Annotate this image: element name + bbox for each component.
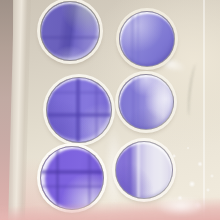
lens-middle-left-reflection-line [47,91,111,94]
lens-bottom-left-reflection-line [41,185,103,188]
lens-middle-right-reflection-line [137,75,139,129]
lens-bottom-left-reflection-line [56,147,59,209]
lens-bottom-left-reflection-line [88,147,91,209]
film-wrinkle-bottom [150,194,212,218]
lens-bottom-right-reflection-line [128,142,131,198]
lens-top-left [40,1,100,61]
lens-tray-photo: Six round blue-violet coated optical len… [0,0,220,220]
lens-bottom-right [115,141,173,199]
lens-top-right-reflection-line [137,12,139,66]
lens-middle-left-reflection-line [95,78,98,142]
lens-bottom-left [40,146,104,210]
lens-top-right [119,11,175,67]
lens-middle-right-reflection-line [132,75,135,129]
lens-middle-left-reflection-line [76,78,80,142]
lens-middle-left-reflection-line [47,113,111,117]
lens-middle-right [118,74,174,130]
lens-bottom-right-reflection-line [137,142,140,198]
lens-top-right-reflection-line [131,12,134,66]
lens-top-left-reflection-line [41,36,99,39]
lens-bottom-left-reflection-line [41,170,103,174]
lens-middle-left [46,77,112,143]
